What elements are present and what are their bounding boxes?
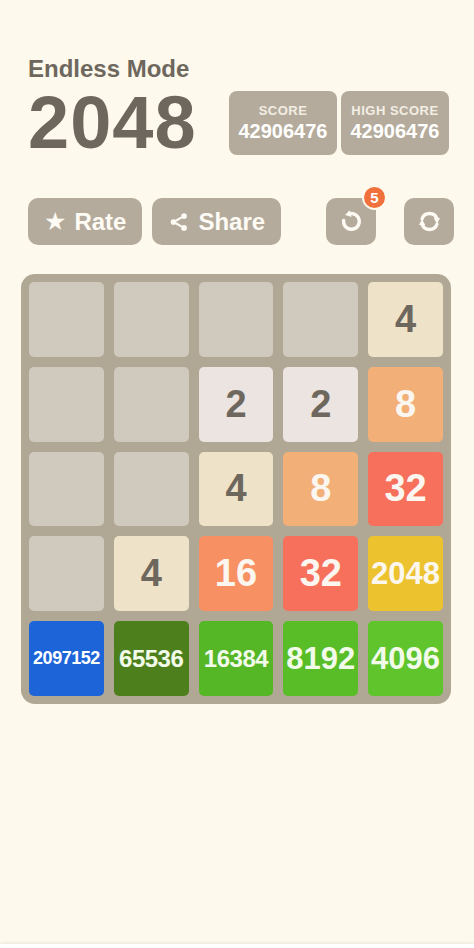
empty-cell bbox=[114, 367, 189, 442]
score-value: 42906476 bbox=[239, 120, 328, 143]
android-navbar bbox=[0, 944, 474, 948]
rate-button-label: Rate bbox=[74, 208, 126, 236]
undo-count-badge: 5 bbox=[362, 185, 387, 210]
tile-2097152: 2097152 bbox=[29, 621, 104, 696]
score-panel: SCORE 42906476 HIGH SCORE 42906476 bbox=[229, 91, 449, 155]
toolbar: ★ Rate Share 5 bbox=[28, 198, 454, 245]
empty-cell bbox=[29, 282, 104, 357]
high-score-box: HIGH SCORE 42906476 bbox=[341, 91, 449, 155]
restart-button[interactable] bbox=[404, 198, 454, 245]
tile-32: 32 bbox=[283, 536, 358, 611]
tile-32: 32 bbox=[368, 452, 443, 527]
share-button[interactable]: Share bbox=[152, 198, 281, 245]
tile-2048: 2048 bbox=[368, 536, 443, 611]
tile-8192: 8192 bbox=[283, 621, 358, 696]
tile-8: 8 bbox=[283, 452, 358, 527]
tile-16384: 16384 bbox=[199, 621, 274, 696]
share-icon bbox=[168, 211, 190, 233]
empty-cell bbox=[283, 282, 358, 357]
tile-8: 8 bbox=[368, 367, 443, 442]
tile-16: 16 bbox=[199, 536, 274, 611]
app-screen: Endless Mode 2048 SCORE 42906476 HIGH SC… bbox=[0, 54, 474, 948]
app-title: 2048 bbox=[28, 84, 197, 162]
tile-2: 2 bbox=[283, 367, 358, 442]
empty-cell bbox=[29, 536, 104, 611]
empty-cell bbox=[114, 282, 189, 357]
tile-4: 4 bbox=[368, 282, 443, 357]
score-label: SCORE bbox=[259, 103, 308, 118]
empty-cell bbox=[199, 282, 274, 357]
tile-4: 4 bbox=[114, 536, 189, 611]
empty-cell bbox=[114, 452, 189, 527]
refresh-icon bbox=[416, 208, 443, 235]
tile-65536: 65536 bbox=[114, 621, 189, 696]
undo-button[interactable]: 5 bbox=[326, 198, 376, 245]
header: 2048 SCORE 42906476 HIGH SCORE 42906476 bbox=[28, 84, 449, 162]
share-button-label: Share bbox=[198, 208, 265, 236]
tile-4: 4 bbox=[199, 452, 274, 527]
tile-4096: 4096 bbox=[368, 621, 443, 696]
high-score-label: HIGH SCORE bbox=[351, 103, 438, 118]
tile-2: 2 bbox=[199, 367, 274, 442]
rate-button[interactable]: ★ Rate bbox=[28, 198, 142, 245]
score-box: SCORE 42906476 bbox=[229, 91, 337, 155]
empty-cell bbox=[29, 452, 104, 527]
high-score-value: 42906476 bbox=[351, 120, 440, 143]
undo-icon bbox=[338, 208, 365, 235]
star-icon: ★ bbox=[44, 209, 66, 234]
mode-title: Endless Mode bbox=[28, 54, 474, 84]
board-grid[interactable]: 4228483241632204820971526553616384819240… bbox=[21, 274, 451, 704]
empty-cell bbox=[29, 367, 104, 442]
